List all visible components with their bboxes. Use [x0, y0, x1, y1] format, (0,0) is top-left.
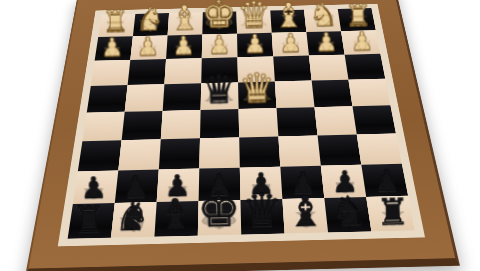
- piece-black-queen-e4[interactable]: ♛: [201, 82, 239, 110]
- chess-board-frame: ♜♞♝♚♛♝♞♜♟♟♟♟♟♟♟♟♛♛♟♟♟♟♟♟♟♟♜♞♝♚♛♝♞♜: [25, 0, 460, 271]
- black-rook-glyph: ♜: [67, 200, 111, 238]
- photo-background: ♜♞♝♚♛♝♞♜♟♟♟♟♟♟♟♟♛♛♟♟♟♟♟♟♟♟♜♞♝♚♛♝♞♜: [0, 0, 480, 271]
- white-pawn-glyph: ♟: [308, 29, 344, 55]
- black-bishop-glyph: ♝: [153, 192, 197, 235]
- piece-white-pawn-g2[interactable]: ♟: [130, 35, 167, 60]
- white-pawn-glyph: ♟: [201, 31, 237, 57]
- white-pawn-glyph: ♟: [94, 34, 130, 60]
- black-queen-glyph: ♛: [240, 187, 285, 234]
- piece-white-pawn-c2[interactable]: ♟: [272, 32, 309, 56]
- piece-black-knight-b8[interactable]: ♞: [324, 197, 371, 233]
- pieces-layer: ♜♞♝♚♛♝♞♜♟♟♟♟♟♟♟♟♛♛♟♟♟♟♟♟♟♟♜♞♝♚♛♝♞♜: [68, 8, 415, 239]
- piece-black-queen-d8[interactable]: ♛: [241, 199, 285, 235]
- piece-black-knight-g8[interactable]: ♞: [111, 202, 157, 238]
- black-knight-glyph: ♞: [327, 190, 371, 232]
- piece-white-queen-d4[interactable]: ♛: [238, 81, 277, 109]
- black-bishop-glyph: ♝: [284, 189, 328, 232]
- white-pawn-glyph: ♟: [344, 28, 380, 54]
- black-rook-glyph: ♜: [370, 193, 414, 231]
- black-knight-glyph: ♞: [110, 195, 154, 237]
- chess-photo-scene: ♜♞♝♚♛♝♞♜♟♟♟♟♟♟♟♟♛♛♟♟♟♟♟♟♟♟♜♞♝♚♛♝♞♜: [0, 0, 480, 271]
- piece-black-rook-a8[interactable]: ♜: [366, 196, 415, 232]
- piece-black-bishop-c8[interactable]: ♝: [282, 198, 328, 234]
- piece-white-pawn-h2[interactable]: ♟: [95, 36, 133, 61]
- black-queen-glyph: ♛: [200, 68, 239, 109]
- piece-white-pawn-b2[interactable]: ♟: [306, 31, 344, 55]
- piece-white-pawn-e2[interactable]: ♟: [202, 34, 238, 58]
- black-king-glyph: ♚: [197, 186, 242, 235]
- white-pawn-glyph: ♟: [273, 30, 309, 56]
- piece-black-king-e8[interactable]: ♚: [198, 200, 241, 236]
- piece-black-bishop-f8[interactable]: ♝: [154, 201, 198, 237]
- white-pawn-glyph: ♟: [130, 33, 166, 59]
- white-pawn-glyph: ♟: [237, 31, 273, 57]
- white-queen-glyph: ♛: [238, 67, 277, 108]
- piece-white-pawn-f2[interactable]: ♟: [166, 35, 202, 60]
- white-pawn-glyph: ♟: [165, 32, 201, 58]
- piece-black-rook-h8[interactable]: ♜: [68, 203, 115, 239]
- piece-white-pawn-d2[interactable]: ♟: [237, 33, 273, 57]
- piece-white-pawn-a2[interactable]: ♟: [341, 30, 380, 54]
